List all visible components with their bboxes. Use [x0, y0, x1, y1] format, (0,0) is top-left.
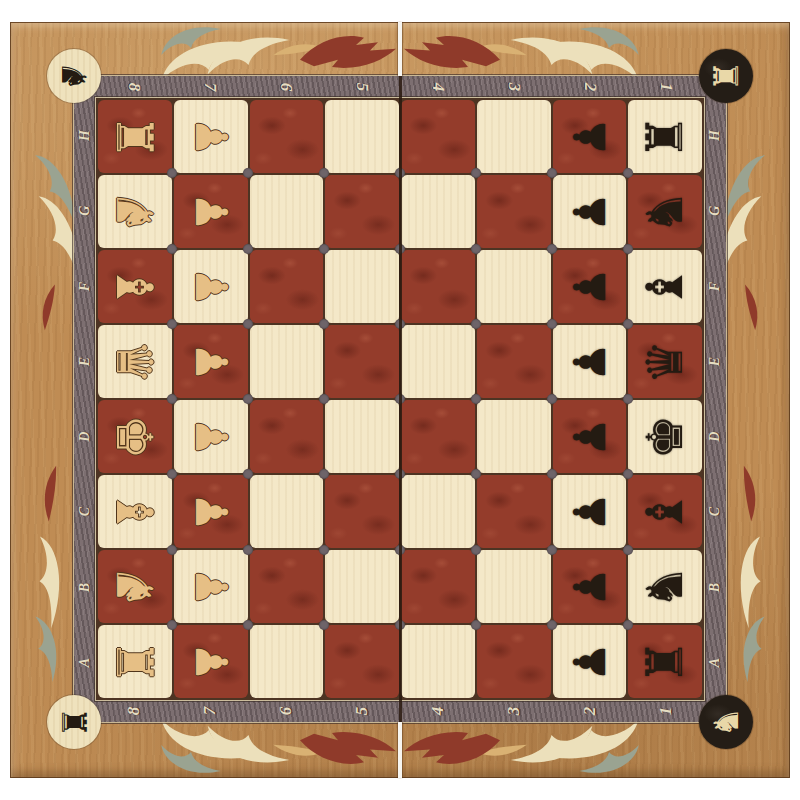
black-bishop: ♝ — [640, 489, 690, 534]
white-pawn: ♟ — [189, 267, 233, 306]
white-pawn: ♟ — [189, 567, 233, 606]
square-b7[interactable]: ♟ — [174, 550, 248, 623]
hinge-seam-bottom-frame — [398, 722, 402, 778]
square-b1[interactable]: ♞ — [628, 550, 702, 623]
inlay-dot — [623, 244, 633, 254]
square-c2[interactable]: ♟ — [553, 475, 627, 548]
white-bishop: ♝ — [110, 264, 160, 309]
inlay-dot — [623, 469, 633, 479]
inlay-dot — [623, 394, 633, 404]
square-c1[interactable]: ♝ — [628, 475, 702, 548]
square-f5[interactable] — [325, 250, 399, 323]
square-a4[interactable] — [401, 625, 475, 698]
black-pawn: ♟ — [567, 117, 611, 156]
square-d3[interactable] — [477, 400, 551, 473]
inlay-dot — [471, 168, 481, 178]
square-d8[interactable]: ♚ — [98, 400, 172, 473]
inlay-dot — [167, 394, 177, 404]
black-knight: ♞ — [640, 564, 690, 609]
square-e8[interactable]: ♛ — [98, 325, 172, 398]
black-knight-icon: ♞ — [57, 61, 91, 91]
inlay-dot — [547, 319, 557, 329]
medallion-bottom-left: ♜ — [47, 695, 101, 749]
square-d4[interactable] — [401, 400, 475, 473]
square-f2[interactable]: ♟ — [553, 250, 627, 323]
square-e4[interactable] — [401, 325, 475, 398]
square-h4[interactable] — [401, 100, 475, 173]
square-f1[interactable]: ♝ — [628, 250, 702, 323]
square-f8[interactable]: ♝ — [98, 250, 172, 323]
square-d1[interactable]: ♚ — [628, 400, 702, 473]
white-rook: ♜ — [110, 639, 160, 684]
white-knight: ♞ — [110, 189, 160, 234]
square-b2[interactable]: ♟ — [553, 550, 627, 623]
square-h8[interactable]: ♜ — [98, 100, 172, 173]
inlay-dot — [319, 545, 329, 555]
photo-background: { "game": "chess", "board_description": … — [0, 0, 800, 800]
inlay-dot — [167, 319, 177, 329]
square-b5[interactable] — [325, 550, 399, 623]
square-f7[interactable]: ♟ — [174, 250, 248, 323]
square-h7[interactable]: ♟ — [174, 100, 248, 173]
square-h5[interactable] — [325, 100, 399, 173]
square-h2[interactable]: ♟ — [553, 100, 627, 173]
inlay-dot — [243, 244, 253, 254]
white-pawn: ♟ — [189, 342, 233, 381]
square-d2[interactable]: ♟ — [553, 400, 627, 473]
square-g1[interactable]: ♞ — [628, 175, 702, 248]
square-b8[interactable]: ♞ — [98, 550, 172, 623]
square-a6[interactable] — [250, 625, 324, 698]
inlay-dot — [319, 620, 329, 630]
black-pawn: ♟ — [567, 192, 611, 231]
square-f6[interactable] — [250, 250, 324, 323]
black-queen: ♛ — [640, 339, 690, 384]
medallion-top-right: ♜ — [699, 49, 753, 103]
square-b3[interactable] — [477, 550, 551, 623]
square-c6[interactable] — [250, 475, 324, 548]
black-rook: ♜ — [640, 114, 690, 159]
inlay-dot — [623, 168, 633, 178]
square-c4[interactable] — [401, 475, 475, 548]
square-a2[interactable]: ♟ — [553, 625, 627, 698]
inlay-dot — [623, 319, 633, 329]
inlay-dot — [471, 545, 481, 555]
square-a8[interactable]: ♜ — [98, 625, 172, 698]
inlay-dot — [167, 244, 177, 254]
inlay-dot — [623, 545, 633, 555]
square-b6[interactable] — [250, 550, 324, 623]
inlay-dot — [623, 620, 633, 630]
square-h3[interactable] — [477, 100, 551, 173]
square-d6[interactable] — [250, 400, 324, 473]
square-a7[interactable]: ♟ — [174, 625, 248, 698]
square-h1[interactable]: ♜ — [628, 100, 702, 173]
black-pawn: ♟ — [567, 642, 611, 681]
black-king: ♚ — [640, 414, 690, 459]
square-b4[interactable] — [401, 550, 475, 623]
square-a5[interactable] — [325, 625, 399, 698]
black-pawn: ♟ — [567, 492, 611, 531]
black-rook: ♜ — [640, 639, 690, 684]
square-e7[interactable]: ♟ — [174, 325, 248, 398]
inlay-dot — [243, 319, 253, 329]
hinge-seam-top-frame — [398, 22, 402, 76]
square-g2[interactable]: ♟ — [553, 175, 627, 248]
inlay-dot — [319, 168, 329, 178]
inlay-dot — [167, 545, 177, 555]
square-e2[interactable]: ♟ — [553, 325, 627, 398]
square-c7[interactable]: ♟ — [174, 475, 248, 548]
inlay-dot — [167, 168, 177, 178]
inlay-dot — [243, 545, 253, 555]
inlay-dot — [547, 620, 557, 630]
square-g7[interactable]: ♟ — [174, 175, 248, 248]
inlay-dot — [547, 545, 557, 555]
square-e5[interactable] — [325, 325, 399, 398]
black-pawn: ♟ — [567, 417, 611, 456]
white-rook: ♜ — [110, 114, 160, 159]
square-e6[interactable] — [250, 325, 324, 398]
white-king: ♚ — [110, 414, 160, 459]
chessboard: ♜♟♟♜♞♟♟♞♝♟♟♝♛♟♟♛♚♟♟♚♝♟♟♝♞♟♟♞♜♟♟♜ 8765432… — [10, 22, 790, 778]
square-e1[interactable]: ♛ — [628, 325, 702, 398]
inlay-dot — [243, 469, 253, 479]
square-f4[interactable] — [401, 250, 475, 323]
white-rook-icon: ♜ — [709, 61, 743, 91]
square-e3[interactable] — [477, 325, 551, 398]
inlay-dot — [167, 620, 177, 630]
inlay-dot — [167, 469, 177, 479]
square-f3[interactable] — [477, 250, 551, 323]
square-c5[interactable] — [325, 475, 399, 548]
square-g8[interactable]: ♞ — [98, 175, 172, 248]
inlay-dot — [471, 319, 481, 329]
black-pawn: ♟ — [567, 267, 611, 306]
inlay-dot — [243, 168, 253, 178]
white-knight-icon: ♞ — [709, 707, 743, 737]
black-bishop: ♝ — [640, 264, 690, 309]
square-d7[interactable]: ♟ — [174, 400, 248, 473]
square-g6[interactable] — [250, 175, 324, 248]
black-pawn: ♟ — [567, 342, 611, 381]
inlay-dot — [547, 168, 557, 178]
black-rook-icon: ♜ — [57, 707, 91, 737]
inlay-dot — [471, 244, 481, 254]
white-knight: ♞ — [110, 564, 160, 609]
square-c8[interactable]: ♝ — [98, 475, 172, 548]
inlay-dot — [319, 394, 329, 404]
square-h6[interactable] — [250, 100, 324, 173]
medallion-top-left: ♞ — [47, 49, 101, 103]
inlay-dot — [547, 394, 557, 404]
square-c3[interactable] — [477, 475, 551, 548]
inlay-dot — [471, 469, 481, 479]
white-pawn: ♟ — [189, 642, 233, 681]
square-a3[interactable] — [477, 625, 551, 698]
square-a1[interactable]: ♜ — [628, 625, 702, 698]
inlay-dot — [547, 469, 557, 479]
white-pawn: ♟ — [189, 492, 233, 531]
black-pawn: ♟ — [567, 567, 611, 606]
square-g4[interactable] — [401, 175, 475, 248]
inlay-dot — [319, 319, 329, 329]
white-queen: ♛ — [110, 339, 160, 384]
inlay-dot — [547, 244, 557, 254]
square-g5[interactable] — [325, 175, 399, 248]
square-g3[interactable] — [477, 175, 551, 248]
white-bishop: ♝ — [110, 489, 160, 534]
inlay-dot — [243, 394, 253, 404]
square-d5[interactable] — [325, 400, 399, 473]
inlay-dot — [471, 620, 481, 630]
white-pawn: ♟ — [189, 192, 233, 231]
inlay-dot — [243, 620, 253, 630]
inlay-dot — [319, 469, 329, 479]
white-pawn: ♟ — [189, 417, 233, 456]
white-pawn: ♟ — [189, 117, 233, 156]
inlay-dot — [319, 244, 329, 254]
inlay-dot — [471, 394, 481, 404]
hinge-seam — [399, 76, 402, 722]
medallion-bottom-right: ♞ — [699, 695, 753, 749]
black-knight: ♞ — [640, 189, 690, 234]
